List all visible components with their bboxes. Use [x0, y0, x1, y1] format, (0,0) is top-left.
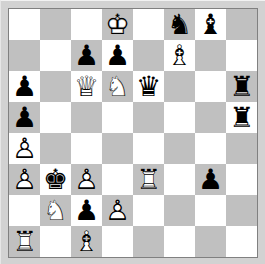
square-c4[interactable]	[71, 133, 102, 164]
white-king-icon: ♚♔	[102, 9, 133, 40]
black-pawn-icon: ♟	[102, 40, 133, 71]
black-rook-icon: ♜	[226, 102, 257, 133]
square-d3[interactable]	[102, 164, 133, 195]
square-f7[interactable]: ♝♗	[164, 40, 195, 71]
square-f2[interactable]	[164, 195, 195, 226]
square-f5[interactable]	[164, 102, 195, 133]
square-g6[interactable]	[195, 71, 226, 102]
square-g7[interactable]	[195, 40, 226, 71]
chess-board: ♚♔♞♝♟♟♝♗♟♛♕♞♘♛♜♟♜♟♙♟♙♚♟♙♜♖♟♞♘♟♟♙♜♖♝♗	[8, 8, 258, 258]
square-g5[interactable]	[195, 102, 226, 133]
square-e3[interactable]: ♜♖	[133, 164, 164, 195]
square-e5[interactable]	[133, 102, 164, 133]
square-h7[interactable]	[226, 40, 257, 71]
square-f8[interactable]: ♞	[164, 9, 195, 40]
square-e7[interactable]	[133, 40, 164, 71]
square-b6[interactable]	[40, 71, 71, 102]
square-g3[interactable]: ♟	[195, 164, 226, 195]
black-knight-icon: ♞	[164, 9, 195, 40]
square-e8[interactable]	[133, 9, 164, 40]
black-pawn-icon: ♟	[71, 195, 102, 226]
square-d2[interactable]: ♟♙	[102, 195, 133, 226]
black-pawn-icon: ♟	[195, 164, 226, 195]
square-f6[interactable]	[164, 71, 195, 102]
square-c1[interactable]: ♝♗	[71, 226, 102, 257]
square-b5[interactable]	[40, 102, 71, 133]
square-f4[interactable]	[164, 133, 195, 164]
square-g4[interactable]	[195, 133, 226, 164]
square-b3[interactable]: ♚	[40, 164, 71, 195]
white-rook-icon: ♜♖	[9, 226, 40, 257]
white-rook-icon: ♜♖	[133, 164, 164, 195]
white-queen-icon: ♛♕	[71, 71, 102, 102]
square-d7[interactable]: ♟	[102, 40, 133, 71]
square-d4[interactable]	[102, 133, 133, 164]
square-d6[interactable]: ♞♘	[102, 71, 133, 102]
black-rook-icon: ♜	[226, 71, 257, 102]
square-f1[interactable]	[164, 226, 195, 257]
white-bishop-icon: ♝♗	[164, 40, 195, 71]
square-h2[interactable]	[226, 195, 257, 226]
square-c2[interactable]: ♟	[71, 195, 102, 226]
square-a8[interactable]	[9, 9, 40, 40]
white-pawn-icon: ♟♙	[9, 164, 40, 195]
square-g8[interactable]: ♝	[195, 9, 226, 40]
square-a2[interactable]	[9, 195, 40, 226]
black-bishop-icon: ♝	[195, 9, 226, 40]
square-b2[interactable]: ♞♘	[40, 195, 71, 226]
square-a3[interactable]: ♟♙	[9, 164, 40, 195]
square-a7[interactable]	[9, 40, 40, 71]
square-h6[interactable]: ♜	[226, 71, 257, 102]
square-d8[interactable]: ♚♔	[102, 9, 133, 40]
black-king-icon: ♚	[40, 164, 71, 195]
square-c7[interactable]: ♟	[71, 40, 102, 71]
square-c5[interactable]	[71, 102, 102, 133]
square-e6[interactable]: ♛	[133, 71, 164, 102]
white-pawn-icon: ♟♙	[102, 195, 133, 226]
square-a4[interactable]: ♟♙	[9, 133, 40, 164]
white-pawn-icon: ♟♙	[71, 164, 102, 195]
square-b4[interactable]	[40, 133, 71, 164]
black-pawn-icon: ♟	[71, 40, 102, 71]
square-h4[interactable]	[226, 133, 257, 164]
square-e4[interactable]	[133, 133, 164, 164]
square-e1[interactable]	[133, 226, 164, 257]
white-pawn-icon: ♟♙	[9, 133, 40, 164]
white-knight-icon: ♞♘	[40, 195, 71, 226]
square-f3[interactable]	[164, 164, 195, 195]
white-bishop-icon: ♝♗	[71, 226, 102, 257]
square-d5[interactable]	[102, 102, 133, 133]
square-c8[interactable]	[71, 9, 102, 40]
black-pawn-icon: ♟	[9, 71, 40, 102]
diagram-frame: ♚♔♞♝♟♟♝♗♟♛♕♞♘♛♜♟♜♟♙♟♙♚♟♙♜♖♟♞♘♟♟♙♜♖♝♗	[0, 0, 265, 264]
square-b8[interactable]	[40, 9, 71, 40]
square-h5[interactable]: ♜	[226, 102, 257, 133]
black-queen-icon: ♛	[133, 71, 164, 102]
square-g1[interactable]	[195, 226, 226, 257]
black-pawn-icon: ♟	[9, 102, 40, 133]
square-a1[interactable]: ♜♖	[9, 226, 40, 257]
square-c6[interactable]: ♛♕	[71, 71, 102, 102]
square-a6[interactable]: ♟	[9, 71, 40, 102]
square-h1[interactable]	[226, 226, 257, 257]
square-c3[interactable]: ♟♙	[71, 164, 102, 195]
square-h8[interactable]	[226, 9, 257, 40]
square-g2[interactable]	[195, 195, 226, 226]
square-d1[interactable]	[102, 226, 133, 257]
white-knight-icon: ♞♘	[102, 71, 133, 102]
square-b7[interactable]	[40, 40, 71, 71]
square-b1[interactable]	[40, 226, 71, 257]
square-e2[interactable]	[133, 195, 164, 226]
square-a5[interactable]: ♟	[9, 102, 40, 133]
square-h3[interactable]	[226, 164, 257, 195]
